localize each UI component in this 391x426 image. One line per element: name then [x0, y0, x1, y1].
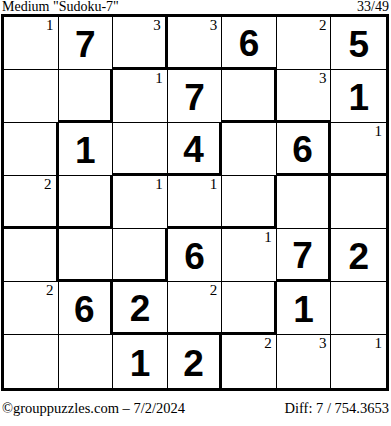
- cell-r0c6[interactable]: 5: [331, 17, 386, 70]
- cell-r6c4[interactable]: 2: [222, 335, 277, 388]
- pencil-mark: 3: [210, 17, 218, 33]
- pencil-mark: 1: [46, 17, 54, 33]
- cell-r0c0[interactable]: 1: [4, 17, 59, 70]
- pencil-mark: 1: [375, 123, 383, 139]
- digit: 1: [130, 342, 151, 382]
- cell-r3c2[interactable]: 1: [113, 176, 168, 229]
- cell-r1c5[interactable]: 3: [277, 70, 332, 123]
- cell-r1c1[interactable]: [59, 70, 114, 123]
- progress-counter: 33/49: [357, 0, 389, 14]
- difficulty-text: Diff: 7 / 754.3653: [285, 399, 389, 417]
- cell-r2c6[interactable]: 1: [331, 123, 386, 176]
- pencil-mark: 3: [319, 70, 327, 86]
- cell-r4c0[interactable]: [4, 229, 59, 282]
- cell-r2c0[interactable]: [4, 123, 59, 176]
- cell-r3c3[interactable]: 1: [168, 176, 223, 229]
- cell-r5c0[interactable]: 2: [4, 282, 59, 335]
- digit: 2: [348, 235, 369, 275]
- cell-r0c5[interactable]: 2: [277, 17, 332, 70]
- pencil-mark: 2: [44, 176, 52, 192]
- digit: 2: [130, 287, 151, 327]
- digit: 2: [183, 342, 204, 382]
- cell-r0c1[interactable]: 7: [59, 17, 114, 70]
- cell-r2c3[interactable]: 4: [168, 123, 223, 176]
- cell-r2c5[interactable]: 6: [277, 123, 332, 176]
- digit: 6: [184, 235, 205, 275]
- cell-r1c6[interactable]: 1: [331, 70, 386, 123]
- digit: 7: [75, 23, 96, 63]
- cell-r1c4[interactable]: [222, 70, 277, 123]
- sudoku-board: 17336251731146121161722622112231: [1, 14, 389, 391]
- digit: 4: [183, 128, 204, 168]
- cell-r6c0[interactable]: [4, 335, 59, 388]
- cell-r5c1[interactable]: 6: [59, 282, 114, 335]
- cell-r2c2[interactable]: [113, 123, 168, 176]
- digit: 5: [348, 23, 369, 63]
- cell-r5c2[interactable]: 2: [113, 282, 168, 335]
- cell-r5c3[interactable]: 2: [168, 282, 223, 335]
- cell-r5c4[interactable]: [222, 282, 277, 335]
- cell-r4c6[interactable]: 2: [331, 229, 386, 282]
- cell-r4c2[interactable]: [113, 229, 168, 282]
- cell-r6c6[interactable]: 1: [331, 335, 386, 388]
- pencil-mark: 2: [46, 282, 54, 298]
- digit: 6: [292, 128, 313, 168]
- digit: 6: [74, 288, 95, 328]
- cell-r3c5[interactable]: [277, 176, 332, 229]
- cell-r6c1[interactable]: [59, 335, 114, 388]
- cell-r5c6[interactable]: [331, 282, 386, 335]
- pencil-mark: 3: [153, 17, 161, 33]
- cell-r0c3[interactable]: 3: [168, 17, 223, 70]
- cell-r3c0[interactable]: 2: [4, 176, 59, 229]
- pencil-mark: 2: [319, 17, 327, 33]
- digit: 7: [292, 234, 313, 274]
- cell-r4c4[interactable]: 1: [222, 229, 277, 282]
- digit: 1: [348, 76, 369, 116]
- header: Medium "Sudoku-7" 33/49: [0, 0, 391, 14]
- pencil-mark: 1: [155, 70, 163, 86]
- pencil-mark: 3: [319, 335, 327, 351]
- pencil-mark: 1: [264, 229, 272, 245]
- cell-r6c3[interactable]: 2: [168, 335, 223, 388]
- cell-r2c1[interactable]: 1: [59, 123, 114, 176]
- page-title: Medium "Sudoku-7": [2, 0, 119, 14]
- pencil-mark: 1: [210, 176, 218, 192]
- cell-r0c4[interactable]: 6: [222, 17, 277, 70]
- cell-r6c2[interactable]: 1: [113, 335, 168, 388]
- digit: 1: [75, 129, 96, 169]
- cell-r1c2[interactable]: 1: [113, 70, 168, 123]
- cell-r3c1[interactable]: [59, 176, 114, 229]
- cell-r3c6[interactable]: [331, 176, 386, 229]
- pencil-mark: 2: [210, 282, 218, 298]
- cell-r1c3[interactable]: 7: [168, 70, 223, 123]
- cell-r1c0[interactable]: [4, 70, 59, 123]
- cell-r4c1[interactable]: [59, 229, 114, 282]
- digit: 7: [184, 76, 205, 116]
- cell-r0c2[interactable]: 3: [113, 17, 168, 70]
- cell-r3c4[interactable]: [222, 176, 277, 229]
- cell-r4c3[interactable]: 6: [168, 229, 223, 282]
- cell-r4c5[interactable]: 7: [277, 229, 332, 282]
- cell-r2c4[interactable]: [222, 123, 277, 176]
- digit: 1: [293, 288, 314, 328]
- digit: 6: [239, 22, 260, 62]
- pencil-mark: 1: [155, 176, 163, 192]
- pencil-mark: 2: [264, 335, 272, 351]
- copyright-text: ©grouppuzzles.com – 7/2/2024: [2, 399, 185, 417]
- footer: ©grouppuzzles.com – 7/2/2024 Diff: 7 / 7…: [0, 399, 391, 417]
- cell-r6c5[interactable]: 3: [277, 335, 332, 388]
- pencil-mark: 1: [375, 335, 383, 351]
- cell-r5c5[interactable]: 1: [277, 282, 332, 335]
